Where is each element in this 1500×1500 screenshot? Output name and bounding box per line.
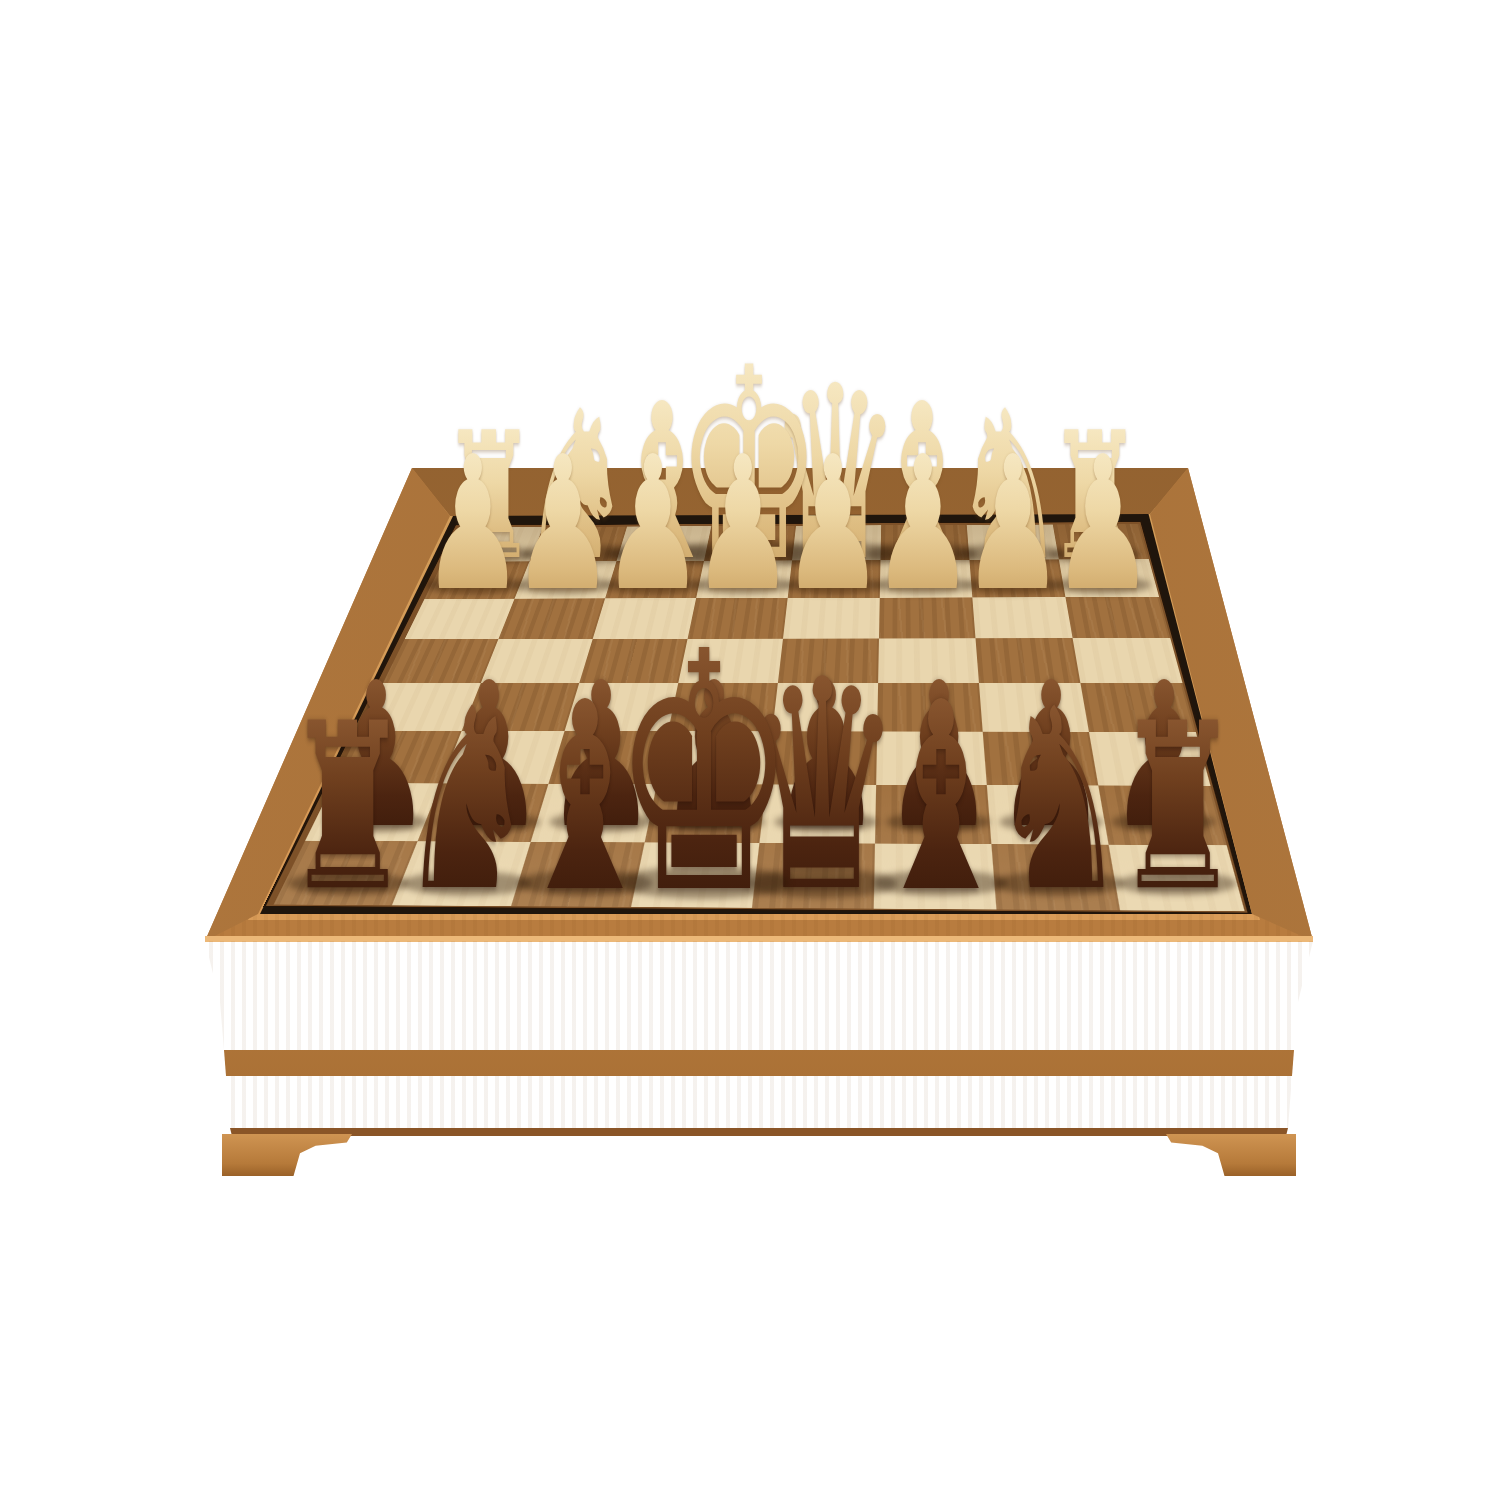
piece-black-rook-h8[interactable]: ♜ [245, 693, 451, 923]
black-rook-icon: ♜ [284, 693, 412, 923]
pieces-layer: ♜♞♝♛♚♝♞♜♟♟♟♟♟♟♟♟♟♟♟♟♟♟♟♟♜♞♝♛♚♝♞♜ [0, 0, 1500, 1500]
piece-white-pawn-h2[interactable]: ♟ [390, 432, 556, 617]
product-photo-chess-set: ♜♞♝♛♚♝♞♜♟♟♟♟♟♟♟♟♟♟♟♟♟♟♟♟♜♞♝♛♚♝♞♜ [0, 0, 1500, 1500]
white-pawn-icon: ♟ [422, 432, 525, 617]
